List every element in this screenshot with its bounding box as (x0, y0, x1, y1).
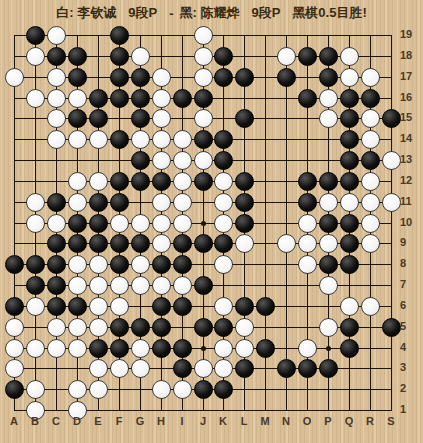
black-stone (68, 297, 87, 316)
black-stone (110, 89, 129, 108)
row-label: 17 (400, 70, 422, 82)
black-stone (47, 234, 66, 253)
white-stone (194, 68, 213, 87)
column-label: F (110, 415, 128, 427)
white-stone (277, 234, 296, 253)
black-stone (89, 339, 108, 358)
row-label: 18 (400, 49, 422, 61)
white-stone (47, 68, 66, 87)
white-stone (361, 297, 380, 316)
white-stone (173, 151, 192, 170)
black-stone (214, 380, 233, 399)
white-stone (361, 130, 380, 149)
white-stone (68, 276, 87, 295)
white-stone (131, 276, 150, 295)
white-stone (26, 214, 45, 233)
white-stone (26, 339, 45, 358)
white-stone (26, 89, 45, 108)
black-stone (110, 318, 129, 337)
white-stone (5, 359, 24, 378)
black-stone (319, 359, 338, 378)
white-stone (47, 26, 66, 45)
result-label: 黑棋0.5目胜! (292, 4, 366, 22)
white-stone (131, 359, 150, 378)
white-stone (235, 234, 254, 253)
black-stone (256, 339, 275, 358)
white-stone (26, 47, 45, 66)
white-stone (173, 276, 192, 295)
row-label: 1 (400, 403, 422, 415)
white-stone (152, 276, 171, 295)
white-stone (214, 193, 233, 212)
black-stone (131, 68, 150, 87)
column-label: Q (340, 415, 358, 427)
white-stone (110, 214, 129, 233)
white-stone (47, 318, 66, 337)
black-stone (110, 26, 129, 45)
black-stone (131, 109, 150, 128)
black-stone (194, 276, 213, 295)
white-stone (298, 214, 317, 233)
white-stone (194, 151, 213, 170)
column-label: M (256, 415, 274, 427)
white-stone (319, 89, 338, 108)
black-stone (173, 297, 192, 316)
row-label: 3 (400, 361, 422, 373)
game-info-header: 白: 李钦诚 9段P - 黑: 陈耀烨 9段P 黑棋0.5目胜! (0, 0, 423, 26)
row-label: 9 (400, 236, 422, 248)
black-stone (319, 47, 338, 66)
column-label: E (89, 415, 107, 427)
white-stone (89, 130, 108, 149)
black-stone (194, 380, 213, 399)
black-stone (235, 109, 254, 128)
black-stone (214, 130, 233, 149)
white-stone (152, 89, 171, 108)
black-stone (110, 234, 129, 253)
white-stone (131, 47, 150, 66)
white-stone (194, 47, 213, 66)
white-stone (235, 318, 254, 337)
white-stone (68, 318, 87, 337)
white-stone (152, 214, 171, 233)
white-stone (89, 297, 108, 316)
white-stone (173, 130, 192, 149)
white-stone (47, 339, 66, 358)
black-stone (47, 47, 66, 66)
white-stone (47, 130, 66, 149)
black-stone (110, 193, 129, 212)
black-stone (26, 255, 45, 274)
white-stone (173, 172, 192, 191)
black-stone (361, 151, 380, 170)
column-label: D (68, 415, 86, 427)
black-stone (26, 26, 45, 45)
black-stone (152, 339, 171, 358)
white-stone (110, 297, 129, 316)
black-stone (214, 234, 233, 253)
black-stone (298, 47, 317, 66)
white-stone (152, 380, 171, 399)
white-stone (319, 234, 338, 253)
black-stone (235, 297, 254, 316)
black-stone (214, 318, 233, 337)
white-stone (89, 380, 108, 399)
black-stone (152, 318, 171, 337)
white-stone (131, 214, 150, 233)
black-stone (131, 318, 150, 337)
black-stone (47, 255, 66, 274)
row-label: 8 (400, 257, 422, 269)
black-stone (194, 234, 213, 253)
column-label: J (194, 415, 212, 427)
black-stone (110, 255, 129, 274)
players-separator: - (169, 6, 173, 21)
black-stone (194, 89, 213, 108)
white-stone (361, 109, 380, 128)
white-stone (319, 318, 338, 337)
white-stone (26, 193, 45, 212)
white-stone (131, 339, 150, 358)
black-stone (340, 318, 359, 337)
grid-line-v (286, 35, 287, 411)
white-stone (131, 255, 150, 274)
go-game-viewer: 白: 李钦诚 9段P - 黑: 陈耀烨 9段P 黑棋0.5目胜! ABCDEFG… (0, 0, 423, 443)
column-label: A (5, 415, 23, 427)
black-stone (277, 359, 296, 378)
white-stone (361, 172, 380, 191)
black-stone (298, 89, 317, 108)
white-stone (152, 109, 171, 128)
column-label: L (235, 415, 253, 427)
black-stone (110, 68, 129, 87)
white-player-label: 白: 李钦诚 (56, 4, 116, 22)
black-stone (361, 89, 380, 108)
black-stone (382, 109, 401, 128)
black-stone (235, 68, 254, 87)
white-stone (361, 193, 380, 212)
white-stone (26, 380, 45, 399)
black-stone (173, 234, 192, 253)
row-label: 19 (400, 28, 422, 40)
black-stone (173, 89, 192, 108)
white-stone (68, 89, 87, 108)
white-stone (89, 276, 108, 295)
white-stone (340, 47, 359, 66)
white-stone (110, 359, 129, 378)
black-stone (89, 109, 108, 128)
star-point (201, 346, 206, 351)
white-stone (89, 359, 108, 378)
black-stone (298, 193, 317, 212)
white-stone (89, 318, 108, 337)
black-stone (340, 172, 359, 191)
white-stone (194, 26, 213, 45)
black-stone (110, 339, 129, 358)
white-stone (319, 109, 338, 128)
row-label: 5 (400, 320, 422, 332)
white-stone (152, 151, 171, 170)
white-stone (47, 109, 66, 128)
column-label: G (131, 415, 149, 427)
white-stone (194, 109, 213, 128)
white-stone (5, 68, 24, 87)
white-stone (361, 214, 380, 233)
black-stone (319, 68, 338, 87)
black-player-label: 黑: 陈耀烨 (179, 4, 239, 22)
white-stone (319, 193, 338, 212)
black-stone (235, 214, 254, 233)
white-stone (89, 172, 108, 191)
white-stone (382, 193, 401, 212)
white-stone (26, 297, 45, 316)
column-label: N (277, 415, 295, 427)
black-stone (214, 68, 233, 87)
column-label: C (47, 415, 65, 427)
white-stone (173, 193, 192, 212)
white-stone (298, 339, 317, 358)
black-stone (47, 297, 66, 316)
black-stone (68, 214, 87, 233)
white-rank-label: 9段P (128, 4, 157, 22)
star-point (326, 346, 331, 351)
white-stone (298, 255, 317, 274)
black-stone (152, 297, 171, 316)
black-stone (340, 151, 359, 170)
white-stone (382, 151, 401, 170)
grid-line-v (391, 35, 392, 411)
white-stone (68, 193, 87, 212)
black-stone (68, 234, 87, 253)
black-stone (214, 47, 233, 66)
row-label: 13 (400, 153, 422, 165)
white-stone (235, 339, 254, 358)
black-stone (152, 172, 171, 191)
white-stone (131, 130, 150, 149)
black-stone (5, 297, 24, 316)
white-stone (152, 130, 171, 149)
row-label: 16 (400, 91, 422, 103)
white-stone (68, 172, 87, 191)
black-stone (235, 172, 254, 191)
black-stone (340, 255, 359, 274)
black-stone (5, 380, 24, 399)
white-stone (319, 276, 338, 295)
white-stone (152, 68, 171, 87)
black-stone (152, 255, 171, 274)
column-label: P (319, 415, 337, 427)
white-stone (214, 339, 233, 358)
row-label: 11 (400, 195, 422, 207)
black-stone (131, 89, 150, 108)
black-stone (68, 109, 87, 128)
column-label: O (298, 415, 316, 427)
black-stone (319, 172, 338, 191)
black-stone (235, 193, 254, 212)
row-label: 2 (400, 382, 422, 394)
white-stone (47, 89, 66, 108)
column-label: S (382, 415, 400, 427)
row-label: 10 (400, 216, 422, 228)
black-stone (340, 109, 359, 128)
black-stone (68, 47, 87, 66)
black-stone (110, 172, 129, 191)
black-stone (26, 276, 45, 295)
white-stone (173, 214, 192, 233)
black-stone (5, 255, 24, 274)
black-stone (340, 339, 359, 358)
white-stone (68, 255, 87, 274)
white-stone (68, 380, 87, 399)
white-stone (214, 172, 233, 191)
white-stone (214, 359, 233, 378)
star-point (201, 221, 206, 226)
black-stone (47, 193, 66, 212)
black-stone (235, 359, 254, 378)
black-stone (382, 318, 401, 337)
black-stone (89, 214, 108, 233)
black-stone (340, 214, 359, 233)
row-label: 12 (400, 174, 422, 186)
white-stone (152, 234, 171, 253)
white-stone (340, 297, 359, 316)
black-stone (89, 234, 108, 253)
white-stone (277, 47, 296, 66)
black-stone (319, 255, 338, 274)
row-label: 6 (400, 299, 422, 311)
white-stone (5, 318, 24, 337)
row-label: 7 (400, 278, 422, 290)
white-stone (214, 255, 233, 274)
black-stone (131, 151, 150, 170)
column-label: K (214, 415, 232, 427)
black-stone (110, 47, 129, 66)
black-stone (340, 234, 359, 253)
column-label: I (173, 415, 191, 427)
white-stone (89, 255, 108, 274)
black-stone (194, 130, 213, 149)
black-stone (319, 214, 338, 233)
column-label: R (361, 415, 379, 427)
white-stone (340, 193, 359, 212)
black-stone (131, 234, 150, 253)
black-stone (173, 255, 192, 274)
black-stone (298, 172, 317, 191)
white-stone (214, 297, 233, 316)
row-label: 14 (400, 132, 422, 144)
black-stone (298, 359, 317, 378)
black-stone (340, 89, 359, 108)
white-stone (173, 380, 192, 399)
black-stone (340, 130, 359, 149)
row-label: 4 (400, 341, 422, 353)
black-stone (89, 89, 108, 108)
black-stone (173, 359, 192, 378)
row-label: 15 (400, 111, 422, 123)
white-stone (340, 68, 359, 87)
white-stone (68, 130, 87, 149)
column-label: B (26, 415, 44, 427)
black-stone (277, 68, 296, 87)
black-stone (68, 68, 87, 87)
black-stone (214, 151, 233, 170)
white-stone (194, 359, 213, 378)
black-stone (173, 339, 192, 358)
white-stone (110, 276, 129, 295)
black-rank-label: 9段P (251, 4, 280, 22)
black-stone (194, 318, 213, 337)
white-stone (68, 339, 87, 358)
black-stone (47, 276, 66, 295)
white-stone (5, 339, 24, 358)
column-label: H (152, 415, 170, 427)
white-stone (298, 234, 317, 253)
black-stone (194, 172, 213, 191)
black-stone (131, 172, 150, 191)
white-stone (47, 214, 66, 233)
black-stone (256, 297, 275, 316)
white-stone (152, 193, 171, 212)
black-stone (89, 193, 108, 212)
white-stone (361, 234, 380, 253)
white-stone (361, 68, 380, 87)
white-stone (214, 214, 233, 233)
black-stone (110, 130, 129, 149)
